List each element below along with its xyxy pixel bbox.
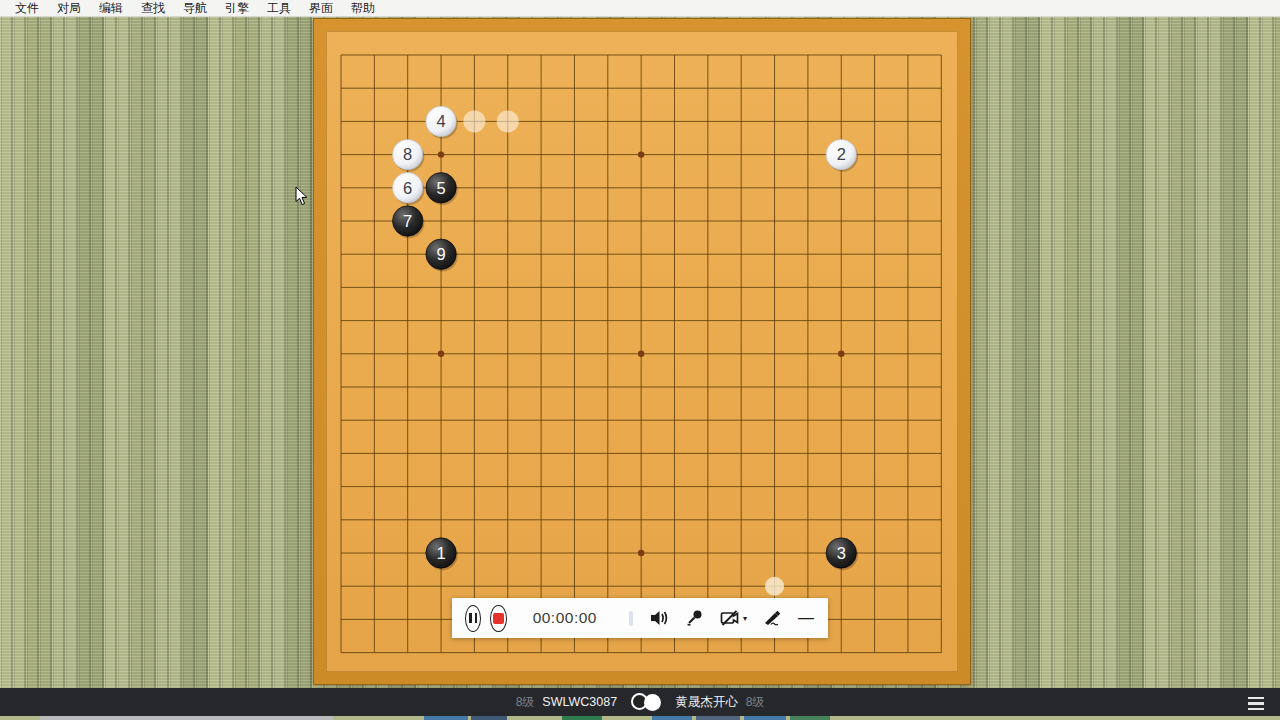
go-board-grid: 123456789 — [314, 19, 972, 686]
taskbar-peek-segment — [471, 716, 507, 720]
menu-item-2[interactable]: 对局 — [48, 0, 90, 17]
divider-pill — [629, 611, 633, 626]
stone-number: 8 — [403, 145, 412, 163]
minimize-icon[interactable]: — — [798, 609, 814, 627]
menu-item-7[interactable]: 工具 — [258, 0, 300, 17]
status-bar: 8级 SWLWC3087 黄晟杰开心 8级 — [0, 688, 1280, 716]
white-player-rank: 8级 — [746, 694, 765, 711]
taskbar-peek-segment — [562, 716, 602, 720]
stone-number: 7 — [403, 212, 412, 230]
speaker-icon[interactable] — [649, 607, 669, 629]
recording-timer: 00:00:00 — [533, 609, 597, 627]
microphone-icon[interactable] — [685, 607, 704, 629]
menu-item-3[interactable]: 编辑 — [90, 0, 132, 17]
menu-item-1[interactable]: 文件 — [6, 0, 48, 17]
mouse-cursor — [295, 186, 309, 206]
stop-button[interactable] — [490, 605, 506, 632]
taskbar-peek-segment — [424, 716, 468, 720]
hint-ghost-stone — [463, 110, 485, 132]
pause-button[interactable] — [465, 605, 481, 632]
taskbar-peek-segment — [744, 716, 786, 720]
stone-number: 9 — [436, 245, 445, 263]
taskbar-peek-segment — [696, 716, 740, 720]
stone-number: 6 — [403, 179, 412, 197]
taskbar-peek-segment — [652, 716, 692, 720]
black-vs-white-icon — [629, 692, 663, 712]
go-board[interactable]: 123456789 — [313, 18, 971, 685]
black-player-name: SWLWC3087 — [542, 695, 617, 709]
stone-number: 1 — [436, 544, 445, 562]
draw-pen-icon[interactable] — [763, 607, 784, 629]
menu-item-8[interactable]: 界面 — [300, 0, 342, 17]
menu-item-5[interactable]: 导航 — [174, 0, 216, 17]
black-player-rank: 8级 — [516, 694, 535, 711]
taskbar-peek-segment — [790, 716, 830, 720]
menu-item-6[interactable]: 引擎 — [216, 0, 258, 17]
app-window: 文件对局编辑查找导航引擎工具界面帮助 123456789 00:00:00 — [0, 0, 1280, 720]
camera-dropdown-caret[interactable]: ▾ — [743, 614, 747, 623]
pause-icon — [469, 613, 477, 623]
recording-toolbar: 00:00:00 ▾ — [452, 598, 828, 638]
stone-number: 5 — [436, 179, 445, 197]
taskbar-peek-segment — [40, 716, 333, 720]
hint-ghost-stone — [497, 110, 519, 132]
stone-number: 2 — [837, 145, 846, 163]
stop-icon — [493, 613, 504, 624]
menu-item-9[interactable]: 帮助 — [342, 0, 384, 17]
hamburger-menu-icon[interactable] — [1248, 697, 1264, 710]
camera-off-icon[interactable] — [720, 607, 741, 629]
menu-bar: 文件对局编辑查找导航引擎工具界面帮助 — [0, 0, 1280, 17]
stone-number: 3 — [837, 544, 846, 562]
white-player-name: 黄晟杰开心 — [675, 694, 738, 711]
hover-dot — [765, 577, 784, 596]
stone-number: 4 — [436, 112, 445, 130]
menu-item-4[interactable]: 查找 — [132, 0, 174, 17]
